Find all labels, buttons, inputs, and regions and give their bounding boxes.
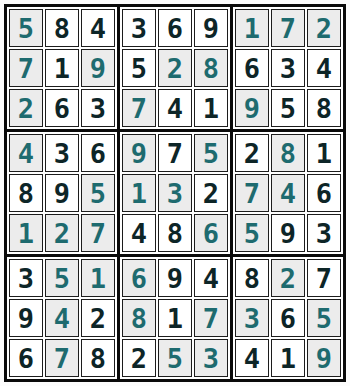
cell-r4c8[interactable]: 8 — [271, 134, 305, 172]
cell-r5c5[interactable]: 3 — [158, 174, 192, 212]
cell-r8c8[interactable]: 6 — [271, 299, 305, 337]
cell-r2c9[interactable]: 4 — [307, 49, 341, 87]
cell-r9c7[interactable]: 4 — [235, 339, 269, 377]
cell-r2c2[interactable]: 1 — [45, 49, 79, 87]
cell-r4c1[interactable]: 4 — [9, 134, 43, 172]
cell-r4c4[interactable]: 9 — [122, 134, 156, 172]
cell-r6c5[interactable]: 8 — [158, 214, 192, 252]
cell-r6c6[interactable]: 6 — [194, 214, 228, 252]
cell-r3c9[interactable]: 8 — [307, 89, 341, 127]
sudoku-box-6: 281746593 — [233, 132, 343, 254]
cell-r3c8[interactable]: 5 — [271, 89, 305, 127]
cell-r1c8[interactable]: 7 — [271, 9, 305, 47]
cell-r7c2[interactable]: 5 — [45, 259, 79, 297]
cell-r5c8[interactable]: 4 — [271, 174, 305, 212]
sudoku-box-1: 584719263 — [7, 7, 117, 129]
cell-r5c1[interactable]: 8 — [9, 174, 43, 212]
cell-r8c9[interactable]: 5 — [307, 299, 341, 337]
cell-r1c6[interactable]: 9 — [194, 9, 228, 47]
cell-r2c6[interactable]: 8 — [194, 49, 228, 87]
cell-r5c9[interactable]: 6 — [307, 174, 341, 212]
cell-r3c4[interactable]: 7 — [122, 89, 156, 127]
cell-r9c4[interactable]: 2 — [122, 339, 156, 377]
sudoku-box-8: 694817253 — [120, 257, 230, 379]
cell-r4c6[interactable]: 5 — [194, 134, 228, 172]
cell-r1c9[interactable]: 2 — [307, 9, 341, 47]
cell-r8c4[interactable]: 8 — [122, 299, 156, 337]
cell-r3c5[interactable]: 4 — [158, 89, 192, 127]
cell-r1c2[interactable]: 8 — [45, 9, 79, 47]
cell-r6c3[interactable]: 7 — [81, 214, 115, 252]
cell-r8c7[interactable]: 3 — [235, 299, 269, 337]
cell-r7c3[interactable]: 1 — [81, 259, 115, 297]
cell-r6c4[interactable]: 4 — [122, 214, 156, 252]
cell-r7c8[interactable]: 2 — [271, 259, 305, 297]
cell-r7c5[interactable]: 9 — [158, 259, 192, 297]
sudoku-board: 5847192633695287411726349584368951279751… — [4, 4, 346, 382]
cell-r5c3[interactable]: 5 — [81, 174, 115, 212]
cell-r3c3[interactable]: 3 — [81, 89, 115, 127]
sudoku-box-3: 172634958 — [233, 7, 343, 129]
sudoku-box-9: 827365419 — [233, 257, 343, 379]
cell-r5c6[interactable]: 2 — [194, 174, 228, 212]
cell-r9c5[interactable]: 5 — [158, 339, 192, 377]
sudoku-box-5: 975132486 — [120, 132, 230, 254]
cell-r4c5[interactable]: 7 — [158, 134, 192, 172]
cell-r7c1[interactable]: 3 — [9, 259, 43, 297]
cell-r2c1[interactable]: 7 — [9, 49, 43, 87]
cell-r7c7[interactable]: 8 — [235, 259, 269, 297]
cell-r9c8[interactable]: 1 — [271, 339, 305, 377]
cell-r8c2[interactable]: 4 — [45, 299, 79, 337]
cell-r8c5[interactable]: 1 — [158, 299, 192, 337]
cell-r9c2[interactable]: 7 — [45, 339, 79, 377]
cell-r8c6[interactable]: 7 — [194, 299, 228, 337]
cell-r4c9[interactable]: 1 — [307, 134, 341, 172]
cell-r9c3[interactable]: 8 — [81, 339, 115, 377]
cell-r1c4[interactable]: 3 — [122, 9, 156, 47]
cell-r4c3[interactable]: 6 — [81, 134, 115, 172]
cell-r1c3[interactable]: 4 — [81, 9, 115, 47]
cell-r2c5[interactable]: 2 — [158, 49, 192, 87]
cell-r7c6[interactable]: 4 — [194, 259, 228, 297]
cell-r9c6[interactable]: 3 — [194, 339, 228, 377]
cell-r6c9[interactable]: 3 — [307, 214, 341, 252]
cell-r1c5[interactable]: 6 — [158, 9, 192, 47]
cell-r2c3[interactable]: 9 — [81, 49, 115, 87]
cell-r6c1[interactable]: 1 — [9, 214, 43, 252]
cell-r3c1[interactable]: 2 — [9, 89, 43, 127]
cell-r2c4[interactable]: 5 — [122, 49, 156, 87]
cell-r4c2[interactable]: 3 — [45, 134, 79, 172]
cell-r6c2[interactable]: 2 — [45, 214, 79, 252]
cell-r1c1[interactable]: 5 — [9, 9, 43, 47]
cell-r6c8[interactable]: 9 — [271, 214, 305, 252]
sudoku-box-4: 436895127 — [7, 132, 117, 254]
sudoku-box-7: 351942678 — [7, 257, 117, 379]
cell-r5c4[interactable]: 1 — [122, 174, 156, 212]
cell-r9c9[interactable]: 9 — [307, 339, 341, 377]
sudoku-box-2: 369528741 — [120, 7, 230, 129]
cell-r8c3[interactable]: 2 — [81, 299, 115, 337]
cell-r9c1[interactable]: 6 — [9, 339, 43, 377]
cell-r5c2[interactable]: 9 — [45, 174, 79, 212]
cell-r4c7[interactable]: 2 — [235, 134, 269, 172]
cell-r2c8[interactable]: 3 — [271, 49, 305, 87]
cell-r7c9[interactable]: 7 — [307, 259, 341, 297]
cell-r3c7[interactable]: 9 — [235, 89, 269, 127]
cell-r7c4[interactable]: 6 — [122, 259, 156, 297]
cell-r1c7[interactable]: 1 — [235, 9, 269, 47]
cell-r6c7[interactable]: 5 — [235, 214, 269, 252]
sudoku-widget: 5847192633695287411726349584368951279751… — [0, 0, 350, 386]
cell-r2c7[interactable]: 6 — [235, 49, 269, 87]
cell-r5c7[interactable]: 7 — [235, 174, 269, 212]
cell-r8c1[interactable]: 9 — [9, 299, 43, 337]
cell-r3c6[interactable]: 1 — [194, 89, 228, 127]
cell-r3c2[interactable]: 6 — [45, 89, 79, 127]
